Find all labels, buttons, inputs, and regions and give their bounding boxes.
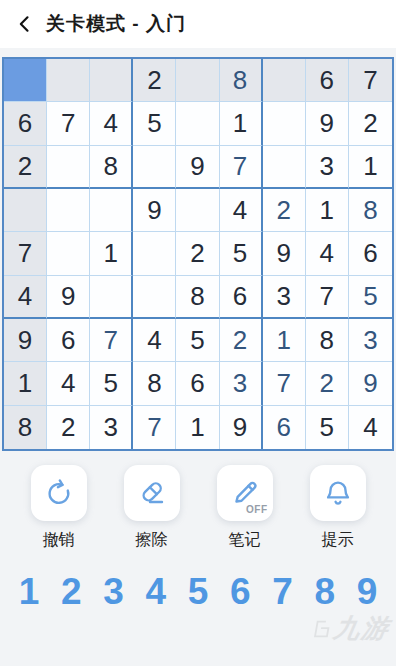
sudoku-cell-r2c5[interactable] — [176, 102, 219, 145]
sudoku-cell-r4c2[interactable] — [47, 189, 90, 232]
numpad-6[interactable]: 6 — [221, 571, 259, 613]
sudoku-cell-r1c3[interactable] — [90, 59, 133, 102]
sudoku-cell-r8c3[interactable]: 5 — [90, 362, 133, 405]
page-title: 关卡模式 - 入门 — [46, 11, 186, 37]
sudoku-cell-r6c1[interactable]: 4 — [4, 276, 47, 319]
sudoku-cell-r8c6[interactable]: 3 — [220, 362, 263, 405]
sudoku-cell-r4c4[interactable]: 9 — [133, 189, 176, 232]
sudoku-cell-r6c7[interactable]: 3 — [263, 276, 306, 319]
sudoku-cell-r4c3[interactable] — [90, 189, 133, 232]
sudoku-cell-r3c2[interactable] — [47, 146, 90, 189]
pencil-icon: OFF — [217, 465, 273, 521]
sudoku-cell-r5c2[interactable] — [47, 232, 90, 275]
back-icon[interactable] — [14, 13, 36, 35]
sudoku-cell-r5c9[interactable]: 6 — [349, 232, 392, 275]
sudoku-cell-r1c7[interactable] — [263, 59, 306, 102]
hint-button[interactable]: 提示 — [302, 465, 374, 551]
sudoku-cell-r6c6[interactable]: 6 — [220, 276, 263, 319]
sudoku-cell-r9c8[interactable]: 5 — [306, 406, 349, 449]
sudoku-cell-r2c3[interactable]: 4 — [90, 102, 133, 145]
sudoku-cell-r2c4[interactable]: 5 — [133, 102, 176, 145]
sudoku-cell-r9c7[interactable]: 6 — [263, 406, 306, 449]
sudoku-cell-r5c5[interactable]: 2 — [176, 232, 219, 275]
sudoku-cell-r3c7[interactable] — [263, 146, 306, 189]
sudoku-cell-r1c8[interactable]: 6 — [306, 59, 349, 102]
sudoku-cell-r5c8[interactable]: 4 — [306, 232, 349, 275]
sudoku-cell-r1c4[interactable]: 2 — [133, 59, 176, 102]
sudoku-cell-r8c2[interactable]: 4 — [47, 362, 90, 405]
sudoku-cell-r2c8[interactable]: 9 — [306, 102, 349, 145]
sudoku-cell-r3c5[interactable]: 9 — [176, 146, 219, 189]
sudoku-cell-r3c9[interactable]: 1 — [349, 146, 392, 189]
sudoku-cell-r4c5[interactable] — [176, 189, 219, 232]
sudoku-cell-r9c6[interactable]: 9 — [220, 406, 263, 449]
sudoku-cell-r5c3[interactable]: 1 — [90, 232, 133, 275]
sudoku-cell-r6c9[interactable]: 5 — [349, 276, 392, 319]
notes-label: 笔记 — [229, 530, 261, 551]
sudoku-cell-r5c6[interactable]: 5 — [220, 232, 263, 275]
sudoku-cell-r9c5[interactable]: 1 — [176, 406, 219, 449]
sudoku-cell-r9c2[interactable]: 2 — [47, 406, 90, 449]
numpad-4[interactable]: 4 — [137, 571, 175, 613]
number-pad: 123456789 — [0, 571, 396, 613]
numpad-8[interactable]: 8 — [306, 571, 344, 613]
notes-off-badge: OFF — [246, 504, 268, 515]
sudoku-cell-r8c1[interactable]: 1 — [4, 362, 47, 405]
numpad-9[interactable]: 9 — [348, 571, 386, 613]
sudoku-cell-r3c8[interactable]: 3 — [306, 146, 349, 189]
numpad-7[interactable]: 7 — [264, 571, 302, 613]
sudoku-cell-r8c4[interactable]: 8 — [133, 362, 176, 405]
sudoku-cell-r6c8[interactable]: 7 — [306, 276, 349, 319]
numpad-3[interactable]: 3 — [95, 571, 133, 613]
sudoku-cell-r7c5[interactable]: 5 — [176, 319, 219, 362]
bell-icon — [310, 465, 366, 521]
sudoku-cell-r7c7[interactable]: 1 — [263, 319, 306, 362]
sudoku-cell-r7c2[interactable]: 6 — [47, 319, 90, 362]
sudoku-cell-r8c5[interactable]: 6 — [176, 362, 219, 405]
sudoku-cell-r4c9[interactable]: 8 — [349, 189, 392, 232]
sudoku-cell-r2c6[interactable]: 1 — [220, 102, 263, 145]
sudoku-cell-r7c8[interactable]: 8 — [306, 319, 349, 362]
sudoku-cell-r4c1[interactable] — [4, 189, 47, 232]
header: 关卡模式 - 入门 — [0, 0, 396, 48]
sudoku-cell-r9c1[interactable]: 8 — [4, 406, 47, 449]
sudoku-cell-r1c5[interactable] — [176, 59, 219, 102]
sudoku-cell-r1c6[interactable]: 8 — [220, 59, 263, 102]
sudoku-cell-r6c5[interactable]: 8 — [176, 276, 219, 319]
watermark-text: 九游 — [331, 611, 393, 646]
sudoku-cell-r1c9[interactable]: 7 — [349, 59, 392, 102]
hint-label: 提示 — [322, 530, 354, 551]
sudoku-cell-r5c1[interactable]: 7 — [4, 232, 47, 275]
sudoku-cell-r7c3[interactable]: 7 — [90, 319, 133, 362]
watermark-logo: 九游 — [307, 611, 393, 646]
sudoku-cell-r7c6[interactable]: 2 — [220, 319, 263, 362]
sudoku-cell-r7c1[interactable]: 9 — [4, 319, 47, 362]
sudoku-cell-r4c8[interactable]: 1 — [306, 189, 349, 232]
undo-label: 撤销 — [43, 530, 75, 551]
numpad-1[interactable]: 1 — [10, 571, 48, 613]
sudoku-cell-r7c9[interactable]: 3 — [349, 319, 392, 362]
sudoku-cell-r6c3[interactable] — [90, 276, 133, 319]
sudoku-cell-r6c4[interactable] — [133, 276, 176, 319]
sudoku-cell-r8c9[interactable]: 9 — [349, 362, 392, 405]
sudoku-board: 2867674519228973194218712594649863759674… — [2, 57, 394, 451]
sudoku-cell-r4c6[interactable]: 4 — [220, 189, 263, 232]
sudoku-cell-r6c2[interactable]: 9 — [47, 276, 90, 319]
sudoku-cell-r9c4[interactable]: 7 — [133, 406, 176, 449]
numpad-5[interactable]: 5 — [179, 571, 217, 613]
sudoku-cell-r2c7[interactable] — [263, 102, 306, 145]
sudoku-cell-r3c1[interactable]: 2 — [4, 146, 47, 189]
sudoku-cell-r5c4[interactable] — [133, 232, 176, 275]
sudoku-cell-r9c3[interactable]: 3 — [90, 406, 133, 449]
sudoku-cell-r8c7[interactable]: 7 — [263, 362, 306, 405]
sudoku-cell-r1c2[interactable] — [47, 59, 90, 102]
sudoku-cell-r3c3[interactable]: 8 — [90, 146, 133, 189]
sudoku-cell-r4c7[interactable]: 2 — [263, 189, 306, 232]
sudoku-cell-r8c8[interactable]: 2 — [306, 362, 349, 405]
undo-button[interactable]: 撤销 — [23, 465, 95, 551]
sudoku-cell-r7c4[interactable]: 4 — [133, 319, 176, 362]
sudoku-cell-r3c4[interactable] — [133, 146, 176, 189]
eraser-icon — [124, 465, 180, 521]
notes-button[interactable]: OFF 笔记 — [209, 465, 281, 551]
sudoku-cell-r1c1[interactable] — [4, 59, 47, 102]
numpad-2[interactable]: 2 — [52, 571, 90, 613]
sudoku-cell-r2c9[interactable]: 2 — [349, 102, 392, 145]
erase-button[interactable]: 擦除 — [116, 465, 188, 551]
sudoku-cell-r2c2[interactable]: 7 — [47, 102, 90, 145]
sudoku-cell-r9c9[interactable]: 4 — [349, 406, 392, 449]
toolbar: 撤销 擦除 OFF 笔记 — [0, 451, 396, 551]
undo-icon — [31, 465, 87, 521]
sudoku-cell-r5c7[interactable]: 9 — [263, 232, 306, 275]
erase-label: 擦除 — [136, 530, 168, 551]
sudoku-cell-r3c6[interactable]: 7 — [220, 146, 263, 189]
sudoku-cell-r2c1[interactable]: 6 — [4, 102, 47, 145]
